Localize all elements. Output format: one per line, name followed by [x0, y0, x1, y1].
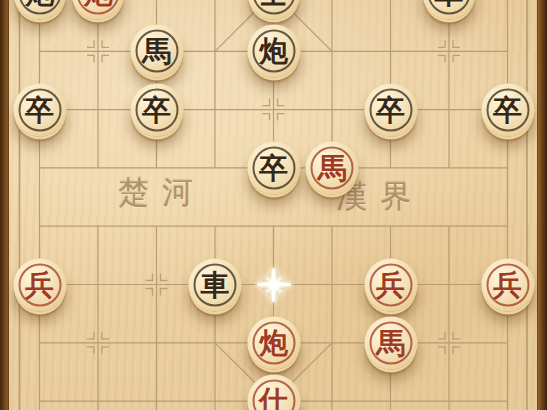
piece-glyph: 兵: [364, 258, 417, 311]
piece-black-pao[interactable]: 炮: [247, 25, 300, 78]
board-right-edge: [537, 0, 547, 410]
piece-red-pao[interactable]: 炮: [247, 316, 300, 369]
piece-black-zu[interactable]: 卒: [364, 83, 417, 136]
piece-black-shi[interactable]: 士: [247, 0, 300, 20]
piece-red-shi[interactable]: 仕: [247, 375, 300, 410]
piece-glyph: 卒: [364, 83, 417, 136]
piece-glyph: 馬: [130, 25, 183, 78]
piece-glyph: 車: [423, 0, 476, 20]
piece-glyph: 卒: [247, 141, 300, 194]
piece-glyph: 馬: [364, 316, 417, 369]
sparkle-core: [267, 278, 281, 292]
river-label-chu-he: 楚河: [118, 172, 206, 214]
piece-glyph: 炮: [72, 0, 125, 20]
piece-glyph: 炮: [13, 0, 66, 20]
piece-glyph: 炮: [247, 25, 300, 78]
piece-glyph: 仕: [247, 375, 300, 410]
piece-glyph: 卒: [13, 83, 66, 136]
piece-glyph: 炮: [247, 316, 300, 369]
piece-glyph: 兵: [13, 258, 66, 311]
piece-red-ma[interactable]: 馬: [306, 141, 359, 194]
piece-black-pao[interactable]: 炮: [13, 0, 66, 20]
piece-black-ju[interactable]: 車: [423, 0, 476, 20]
piece-black-zu[interactable]: 卒: [481, 83, 534, 136]
piece-red-ma[interactable]: 馬: [364, 316, 417, 369]
piece-black-zu[interactable]: 卒: [247, 141, 300, 194]
piece-glyph: 兵: [481, 258, 534, 311]
piece-black-zu[interactable]: 卒: [130, 83, 183, 136]
piece-glyph: 士: [247, 0, 300, 20]
xiangqi-board-screen: 楚河 漢界 炮炮士車馬炮卒卒卒卒卒馬兵車兵兵炮馬仕: [0, 0, 547, 410]
piece-glyph: 馬: [306, 141, 359, 194]
piece-red-bing[interactable]: 兵: [364, 258, 417, 311]
piece-red-bing[interactable]: 兵: [13, 258, 66, 311]
piece-black-zu[interactable]: 卒: [13, 83, 66, 136]
board-left-edge: [0, 0, 9, 410]
piece-black-ma[interactable]: 馬: [130, 25, 183, 78]
sparkle-cursor: [256, 267, 292, 303]
piece-black-ju[interactable]: 車: [189, 258, 242, 311]
piece-glyph: 卒: [130, 83, 183, 136]
piece-red-pao[interactable]: 炮: [72, 0, 125, 20]
piece-glyph: 卒: [481, 83, 534, 136]
piece-red-bing[interactable]: 兵: [481, 258, 534, 311]
piece-glyph: 車: [189, 258, 242, 311]
